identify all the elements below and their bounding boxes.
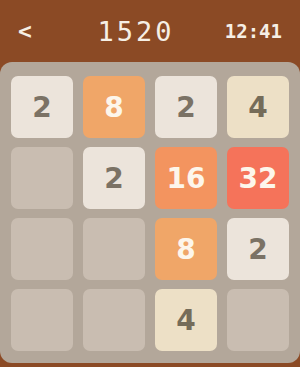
tile-8-r1c2: 8 xyxy=(83,76,145,138)
tile-16-r2c3: 16 xyxy=(155,147,217,209)
empty-cell-r3c1 xyxy=(11,218,73,280)
empty-cell-r4c4 xyxy=(227,289,289,351)
tile-2-r1c1: 2 xyxy=(11,76,73,138)
tile-32-r2c4: 32 xyxy=(227,147,289,209)
score-display: 1520 xyxy=(54,16,218,47)
tile-2-r2c2: 2 xyxy=(83,147,145,209)
board-2048[interactable]: 282421632824 xyxy=(0,62,300,363)
empty-cell-r3c2 xyxy=(83,218,145,280)
tile-2-r1c3: 2 xyxy=(155,76,217,138)
tile-2-r3c4: 2 xyxy=(227,218,289,280)
tile-8-r3c3: 8 xyxy=(155,218,217,280)
empty-cell-r4c2 xyxy=(83,289,145,351)
top-bar: < 1520 12:41 xyxy=(0,0,300,62)
back-chevron-icon: < xyxy=(18,18,32,44)
empty-cell-r2c1 xyxy=(11,147,73,209)
tile-4-r1c4: 4 xyxy=(227,76,289,138)
clock: 12:41 xyxy=(218,20,282,42)
tile-4-r4c3: 4 xyxy=(155,289,217,351)
empty-cell-r4c1 xyxy=(11,289,73,351)
back-button[interactable]: < xyxy=(18,20,54,43)
